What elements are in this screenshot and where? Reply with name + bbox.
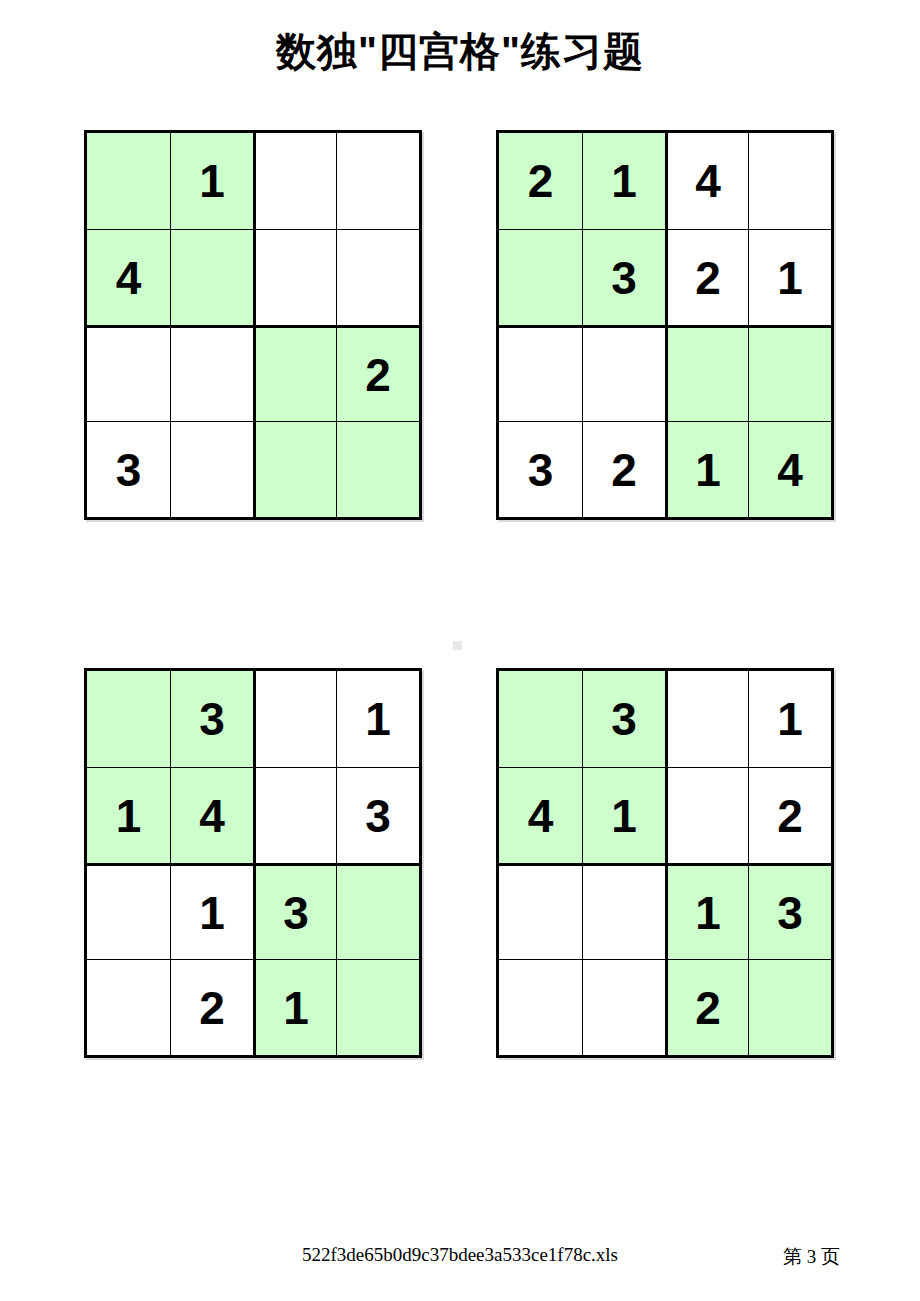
sudoku-4-cell-r2c1: 4 <box>499 767 582 863</box>
sudoku-4-cell-r1c3[interactable] <box>665 671 748 767</box>
sudoku-1-cell-r3c1[interactable] <box>87 325 170 421</box>
sudoku-2-cell-r4c2: 2 <box>582 421 665 517</box>
sudoku-3-cell-r1c4: 1 <box>336 671 419 767</box>
sudoku-3-cell-r1c2: 3 <box>170 671 253 767</box>
sudoku-4-cell-r2c2: 1 <box>582 767 665 863</box>
sudoku-1-cell-r2c2[interactable] <box>170 229 253 325</box>
sudoku-4-cell-r2c4: 2 <box>748 767 831 863</box>
sudoku-1-cell-r3c2[interactable] <box>170 325 253 421</box>
sudoku-3-cell-r3c2: 1 <box>170 863 253 959</box>
sudoku-3-cell-r4c3: 1 <box>253 959 336 1055</box>
sudoku-4-cell-r4c4[interactable] <box>748 959 831 1055</box>
sudoku-1-cell-r4c4[interactable] <box>336 421 419 517</box>
sudoku-1-cell-r4c3[interactable] <box>253 421 336 517</box>
sudoku-grid-4: 31412132 <box>496 668 834 1058</box>
footer-page-number: 第 3 页 <box>783 1244 840 1270</box>
sudoku-4-cell-r1c2: 3 <box>582 671 665 767</box>
sudoku-2-cell-r2c3: 2 <box>665 229 748 325</box>
sudoku-2-cell-r3c3[interactable] <box>665 325 748 421</box>
sudoku-1-cell-r1c4[interactable] <box>336 133 419 229</box>
sudoku-4-cell-r4c2[interactable] <box>582 959 665 1055</box>
sudoku-2-cell-r2c1[interactable] <box>499 229 582 325</box>
sudoku-4-cell-r4c1[interactable] <box>499 959 582 1055</box>
sudoku-grid-2: 2143213214 <box>496 130 834 520</box>
sudoku-4-cell-r1c4: 1 <box>748 671 831 767</box>
sudoku-2-cell-r4c4: 4 <box>748 421 831 517</box>
page-title: 数独"四宫格"练习题 <box>0 24 920 79</box>
sudoku-4-cell-r3c2[interactable] <box>582 863 665 959</box>
sudoku-1-cell-r1c3[interactable] <box>253 133 336 229</box>
sudoku-4-cell-r3c4: 3 <box>748 863 831 959</box>
sudoku-3-cell-r2c1: 1 <box>87 767 170 863</box>
sudoku-3-cell-r2c2: 4 <box>170 767 253 863</box>
sudoku-2-cell-r3c2[interactable] <box>582 325 665 421</box>
sudoku-1-cell-r2c4[interactable] <box>336 229 419 325</box>
sudoku-2-cell-r3c1[interactable] <box>499 325 582 421</box>
sudoku-1-cell-r2c3[interactable] <box>253 229 336 325</box>
sudoku-1-cell-r3c4: 2 <box>336 325 419 421</box>
sudoku-2-cell-r4c3: 1 <box>665 421 748 517</box>
gray-marker <box>453 641 462 650</box>
sudoku-3-cell-r3c1[interactable] <box>87 863 170 959</box>
sudoku-1-cell-r1c2: 1 <box>170 133 253 229</box>
sudoku-4-cell-r4c3: 2 <box>665 959 748 1055</box>
sudoku-2-cell-r1c4[interactable] <box>748 133 831 229</box>
sudoku-1-cell-r4c1: 3 <box>87 421 170 517</box>
sudoku-4-cell-r2c3[interactable] <box>665 767 748 863</box>
sudoku-3-cell-r3c4[interactable] <box>336 863 419 959</box>
sudoku-3-cell-r4c2: 2 <box>170 959 253 1055</box>
sudoku-3-cell-r2c3[interactable] <box>253 767 336 863</box>
sudoku-2-cell-r2c2: 3 <box>582 229 665 325</box>
sudoku-1-cell-r3c3[interactable] <box>253 325 336 421</box>
sudoku-3-cell-r4c1[interactable] <box>87 959 170 1055</box>
sudoku-2-cell-r1c3: 4 <box>665 133 748 229</box>
sudoku-grid-1: 1423 <box>84 130 422 520</box>
sudoku-3-cell-r1c3[interactable] <box>253 671 336 767</box>
sudoku-2-cell-r4c1: 3 <box>499 421 582 517</box>
sudoku-3-cell-r1c1[interactable] <box>87 671 170 767</box>
sudoku-3-cell-r3c3: 3 <box>253 863 336 959</box>
sudoku-4-cell-r1c1[interactable] <box>499 671 582 767</box>
sudoku-2-cell-r1c2: 1 <box>582 133 665 229</box>
sudoku-2-cell-r3c4[interactable] <box>748 325 831 421</box>
footer-filename: 522f3de65b0d9c37bdee3a533ce1f78c.xls <box>0 1244 920 1266</box>
sudoku-4-cell-r3c1[interactable] <box>499 863 582 959</box>
sudoku-grid-3: 311431321 <box>84 668 422 1058</box>
sudoku-1-cell-r2c1: 4 <box>87 229 170 325</box>
sudoku-3-cell-r4c4[interactable] <box>336 959 419 1055</box>
sudoku-4-cell-r3c3: 1 <box>665 863 748 959</box>
sudoku-1-cell-r4c2[interactable] <box>170 421 253 517</box>
sudoku-3-cell-r2c4: 3 <box>336 767 419 863</box>
sudoku-2-cell-r2c4: 1 <box>748 229 831 325</box>
worksheet-page: { "game": "sudoku-4x4 (数独四宫格 / four-cell… <box>0 0 920 1301</box>
sudoku-1-cell-r1c1[interactable] <box>87 133 170 229</box>
sudoku-2-cell-r1c1: 2 <box>499 133 582 229</box>
